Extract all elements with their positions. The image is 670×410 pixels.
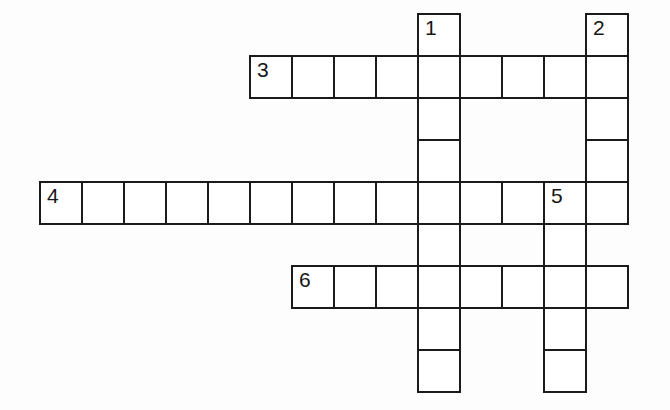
cell-r5c13[interactable]: 5 (543, 181, 587, 225)
cell-r7c10[interactable] (417, 265, 461, 309)
clue-number-5: 5 (551, 184, 563, 207)
cell-r8c10[interactable] (417, 307, 461, 351)
clue-number-6: 6 (299, 268, 311, 291)
cell-r9c10[interactable] (417, 349, 461, 393)
cell-r9c13[interactable] (543, 349, 587, 393)
clue-number-2: 2 (593, 16, 605, 39)
cell-r5c7[interactable] (291, 181, 335, 225)
cell-r5c12[interactable] (501, 181, 545, 225)
cell-r5c10[interactable] (417, 181, 461, 225)
cell-r2c7[interactable] (291, 55, 335, 99)
cell-r8c13[interactable] (543, 307, 587, 351)
cell-r2c11[interactable] (459, 55, 503, 99)
cell-r7c9[interactable] (375, 265, 419, 309)
cell-r5c6[interactable] (249, 181, 293, 225)
clue-number-1: 1 (425, 16, 437, 39)
cell-r2c10[interactable] (417, 55, 461, 99)
cell-r5c2[interactable] (81, 181, 125, 225)
clue-number-4: 4 (47, 184, 59, 207)
cell-r7c14[interactable] (585, 265, 629, 309)
cell-r5c1[interactable]: 4 (39, 181, 83, 225)
cell-r7c7[interactable]: 6 (291, 265, 335, 309)
cell-r7c11[interactable] (459, 265, 503, 309)
cell-r1c14[interactable]: 2 (585, 13, 629, 57)
clue-number-3: 3 (257, 58, 269, 81)
cell-r2c13[interactable] (543, 55, 587, 99)
cell-r5c4[interactable] (165, 181, 209, 225)
cell-r6c10[interactable] (417, 223, 461, 267)
cell-r7c8[interactable] (333, 265, 377, 309)
crossword-grid: 123456 (40, 14, 628, 392)
cell-r2c14[interactable] (585, 55, 629, 99)
cell-r3c14[interactable] (585, 97, 629, 141)
cell-r3c10[interactable] (417, 97, 461, 141)
cell-r7c12[interactable] (501, 265, 545, 309)
cell-r1c10[interactable]: 1 (417, 13, 461, 57)
cell-r2c9[interactable] (375, 55, 419, 99)
cell-r5c5[interactable] (207, 181, 251, 225)
cell-r2c8[interactable] (333, 55, 377, 99)
cell-r4c14[interactable] (585, 139, 629, 183)
cell-r7c13[interactable] (543, 265, 587, 309)
cell-r5c9[interactable] (375, 181, 419, 225)
cell-r4c10[interactable] (417, 139, 461, 183)
cell-r5c3[interactable] (123, 181, 167, 225)
cell-r5c11[interactable] (459, 181, 503, 225)
cell-r2c6[interactable]: 3 (249, 55, 293, 99)
cell-r2c12[interactable] (501, 55, 545, 99)
crossword-board: 123456 (40, 14, 628, 392)
cell-r6c13[interactable] (543, 223, 587, 267)
cell-r5c14[interactable] (585, 181, 629, 225)
cell-r5c8[interactable] (333, 181, 377, 225)
